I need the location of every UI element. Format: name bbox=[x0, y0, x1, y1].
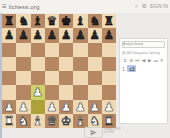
square-g8[interactable]: ♞ bbox=[88, 14, 102, 28]
piece-black-king: ♚ bbox=[61, 14, 72, 28]
square-a7[interactable]: ♟ bbox=[2, 28, 16, 42]
square-e7[interactable]: ♟ bbox=[59, 28, 73, 42]
square-h6[interactable] bbox=[102, 43, 116, 57]
square-h3[interactable] bbox=[102, 85, 116, 99]
square-c5[interactable] bbox=[31, 57, 45, 71]
square-b7[interactable]: ♟ bbox=[16, 28, 30, 42]
square-d4[interactable] bbox=[45, 71, 59, 85]
piece-black-pawn: ♟ bbox=[61, 28, 72, 42]
square-g2[interactable]: ♟ bbox=[88, 100, 102, 114]
square-h7[interactable]: ♟ bbox=[102, 28, 116, 42]
square-e8[interactable]: ♚ bbox=[59, 14, 73, 28]
opening-name-row: ▤ A00 Saragossa Opening bbox=[122, 50, 165, 55]
piece-black-pawn: ♟ bbox=[103, 28, 114, 42]
underboard-caption: Import PGN or FEN bbox=[104, 128, 119, 133]
piece-black-knight: ♞ bbox=[18, 14, 29, 28]
piece-white-pawn: ♟ bbox=[46, 100, 57, 114]
square-c7[interactable]: ♟ bbox=[31, 28, 45, 42]
square-c4[interactable] bbox=[31, 71, 45, 85]
square-b4[interactable] bbox=[16, 71, 30, 85]
piece-black-pawn: ♟ bbox=[75, 28, 86, 42]
square-d6[interactable] bbox=[45, 43, 59, 57]
piece-black-pawn: ♟ bbox=[18, 28, 29, 42]
paper-plane-icon bbox=[90, 129, 97, 136]
square-d5[interactable] bbox=[45, 57, 59, 71]
piece-white-pawn: ♟ bbox=[4, 100, 15, 114]
analysis-tools-panel: Analysis board ▤ A00 Saragossa Opening ⇅… bbox=[119, 38, 168, 124]
square-b5[interactable] bbox=[16, 57, 30, 71]
piece-white-pawn: ♟ bbox=[61, 100, 72, 114]
square-e2[interactable]: ♟ bbox=[59, 100, 73, 114]
square-g7[interactable]: ♟ bbox=[88, 28, 102, 42]
search-icon[interactable]: ⌕ bbox=[135, 0, 138, 13]
square-a5[interactable] bbox=[2, 57, 16, 71]
square-e5[interactable] bbox=[59, 57, 73, 71]
square-d3[interactable] bbox=[45, 85, 59, 99]
piece-black-bishop: ♝ bbox=[75, 14, 86, 28]
piece-black-knight: ♞ bbox=[89, 14, 100, 28]
piece-black-pawn: ♟ bbox=[46, 28, 57, 42]
square-h8[interactable]: ♜ bbox=[102, 14, 116, 28]
piece-black-queen: ♛ bbox=[46, 14, 57, 28]
square-c2[interactable] bbox=[31, 100, 45, 114]
square-b3[interactable] bbox=[16, 85, 30, 99]
square-b2[interactable]: ♟ bbox=[16, 100, 30, 114]
piece-white-pawn: ♟ bbox=[18, 100, 29, 114]
square-e4[interactable] bbox=[59, 71, 73, 85]
lichess-logo[interactable]: lichess.org bbox=[9, 4, 40, 10]
square-g6[interactable] bbox=[88, 43, 102, 57]
piece-white-pawn: ♟ bbox=[103, 100, 114, 114]
gear-icon[interactable]: ⚙ bbox=[141, 0, 146, 13]
piece-white-pawn: ♟ bbox=[75, 100, 86, 114]
import-pgn-button[interactable] bbox=[84, 127, 103, 138]
square-a3[interactable] bbox=[2, 85, 16, 99]
square-a6[interactable] bbox=[2, 43, 16, 57]
move-list: 1.c3 bbox=[120, 65, 167, 72]
piece-white-pawn: ♟ bbox=[89, 100, 100, 114]
square-b6[interactable] bbox=[16, 43, 30, 57]
piece-white-pawn: ♟ bbox=[32, 85, 43, 99]
square-g4[interactable] bbox=[88, 71, 102, 85]
square-d7[interactable]: ♟ bbox=[45, 28, 59, 42]
square-h4[interactable] bbox=[102, 71, 116, 85]
piece-black-pawn: ♟ bbox=[4, 28, 15, 42]
hamburger-menu-icon[interactable]: ≡ bbox=[2, 0, 7, 13]
navbar-right-group: ⌕ ⚙ SIGN IN bbox=[135, 0, 168, 13]
sign-in-button[interactable]: SIGN IN bbox=[150, 4, 168, 9]
menu-icon[interactable]: ≡ bbox=[159, 57, 165, 64]
square-e3[interactable] bbox=[59, 85, 73, 99]
move-controls-toolbar: ⇅⚙⏮◀▶⏭≡ bbox=[121, 57, 166, 64]
square-c6[interactable] bbox=[31, 43, 45, 57]
opening-name: A00 Saragossa Opening bbox=[127, 51, 160, 55]
square-f8[interactable]: ♝ bbox=[73, 14, 87, 28]
move-san-active[interactable]: c3 bbox=[127, 65, 136, 72]
square-f5[interactable] bbox=[73, 57, 87, 71]
square-b8[interactable]: ♞ bbox=[16, 14, 30, 28]
piece-black-bishop: ♝ bbox=[32, 14, 43, 28]
square-g5[interactable] bbox=[88, 57, 102, 71]
piece-black-pawn: ♟ bbox=[89, 28, 100, 42]
top-navbar: ≡ lichess.org ⌕ ⚙ SIGN IN bbox=[0, 0, 170, 13]
piece-black-pawn: ♟ bbox=[32, 28, 43, 42]
square-g3[interactable] bbox=[88, 85, 102, 99]
square-d8[interactable]: ♛ bbox=[45, 14, 59, 28]
square-f6[interactable] bbox=[73, 43, 87, 57]
underboard-area: Import PGN or FEN bbox=[0, 126, 116, 138]
piece-black-rook: ♜ bbox=[4, 14, 15, 28]
square-a2[interactable]: ♟ bbox=[2, 100, 16, 114]
opening-book-icon: ▤ bbox=[122, 50, 126, 55]
square-f7[interactable]: ♟ bbox=[73, 28, 87, 42]
square-h5[interactable] bbox=[102, 57, 116, 71]
square-a4[interactable] bbox=[2, 71, 16, 85]
square-c8[interactable]: ♝ bbox=[31, 14, 45, 28]
piece-black-rook: ♜ bbox=[103, 14, 114, 28]
square-f3[interactable] bbox=[73, 85, 87, 99]
move-number: 1. bbox=[122, 66, 126, 72]
square-f4[interactable] bbox=[73, 71, 87, 85]
square-a8[interactable]: ♜ bbox=[2, 14, 16, 28]
chess-board[interactable]: ♜♞♝♛♚♝♞♜♟♟♟♟♟♟♟♟♟♟♟♟♟♟♟♟♜♞♝♛♚♝♞♜ bbox=[2, 14, 116, 128]
analysis-mode-label[interactable]: Analysis board bbox=[122, 41, 165, 48]
square-e6[interactable] bbox=[59, 43, 73, 57]
square-f2[interactable]: ♟ bbox=[73, 100, 87, 114]
square-c3[interactable]: ♟ bbox=[31, 85, 45, 99]
square-h2[interactable]: ♟ bbox=[102, 100, 116, 114]
square-d2[interactable]: ♟ bbox=[45, 100, 59, 114]
